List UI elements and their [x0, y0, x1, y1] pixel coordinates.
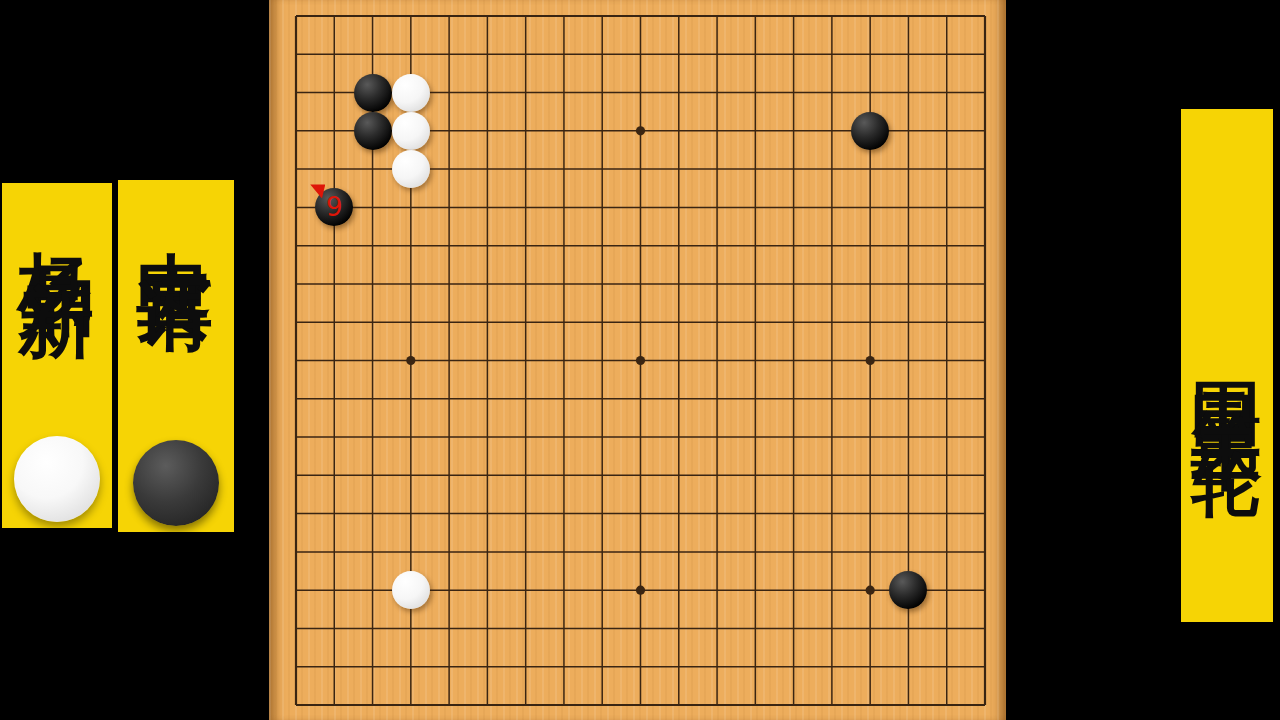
- stone-white-d17[interactable]: [392, 74, 430, 112]
- event-title: 围甲第十二轮: [1192, 327, 1262, 405]
- move-number-label: 9: [315, 188, 353, 226]
- stone-black-r4[interactable]: [889, 571, 927, 609]
- page: 杨鼎新 申真谞 9 围甲第十二轮: [0, 0, 1280, 720]
- stone-white-d15[interactable]: [392, 150, 430, 188]
- black-stone-icon: [133, 440, 219, 526]
- white-stone-icon: [14, 436, 100, 522]
- stone-black-b14[interactable]: 9: [315, 188, 353, 226]
- board-grid: 9: [296, 16, 985, 705]
- stone-white-d4[interactable]: [392, 571, 430, 609]
- stones-layer: 9: [296, 16, 985, 705]
- stone-white-d16[interactable]: [392, 112, 430, 150]
- stone-black-c17[interactable]: [354, 74, 392, 112]
- player-white-name: 杨鼎新: [19, 191, 95, 233]
- go-board[interactable]: 9: [269, 0, 1006, 720]
- player-panel-black: 申真谞: [118, 180, 234, 532]
- player-black-name: 申真谞: [138, 190, 214, 232]
- player-panel-white: 杨鼎新: [2, 183, 112, 528]
- event-panel: 围甲第十二轮: [1181, 109, 1273, 622]
- stone-black-c16[interactable]: [354, 112, 392, 150]
- stone-black-q16[interactable]: [851, 112, 889, 150]
